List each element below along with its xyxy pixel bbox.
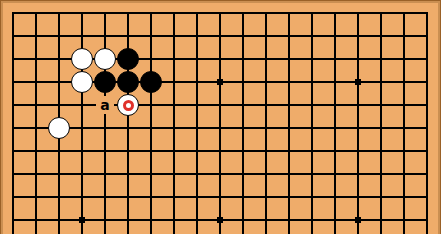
grid-line-vertical (288, 12, 290, 234)
grid-line-horizontal (12, 12, 428, 14)
point-label-a: a (96, 96, 114, 114)
star-point (355, 217, 361, 223)
grid-line-vertical (334, 12, 336, 234)
star-point (217, 217, 223, 223)
marked-white-stone (117, 94, 139, 116)
grid-line-vertical (357, 12, 359, 234)
grid-line-horizontal (12, 35, 428, 37)
black-stone (94, 71, 116, 93)
go-board: a (3, 3, 438, 234)
black-stone (117, 48, 139, 70)
grid-line-vertical (35, 12, 37, 234)
grid-line-vertical (81, 12, 83, 234)
go-board-bevel: a (1, 1, 440, 234)
grid-line-vertical (242, 12, 244, 234)
grid-line-horizontal (12, 127, 428, 129)
circle-mark-icon (123, 100, 134, 111)
grid-line-vertical (150, 12, 152, 234)
grid-line-vertical (380, 12, 382, 234)
grid-line-horizontal (12, 196, 428, 198)
grid-line-horizontal (12, 150, 428, 152)
grid-line-vertical (173, 12, 175, 234)
grid-line-vertical (265, 12, 267, 234)
grid-line-vertical (12, 12, 14, 234)
black-stone (140, 71, 162, 93)
star-point (217, 79, 223, 85)
black-stone (117, 71, 139, 93)
white-stone (48, 117, 70, 139)
grid-line-horizontal (12, 104, 428, 106)
grid-line-vertical (426, 12, 428, 234)
white-stone (94, 48, 116, 70)
grid-line-vertical (403, 12, 405, 234)
grid-line-vertical (104, 12, 106, 234)
grid-line-vertical (219, 12, 221, 234)
white-stone (71, 48, 93, 70)
star-point (355, 79, 361, 85)
go-board-frame: a (0, 0, 441, 234)
white-stone (71, 71, 93, 93)
grid-line-vertical (127, 12, 129, 234)
star-point (79, 217, 85, 223)
grid-line-vertical (311, 12, 313, 234)
grid-line-horizontal (12, 173, 428, 175)
grid-line-vertical (196, 12, 198, 234)
